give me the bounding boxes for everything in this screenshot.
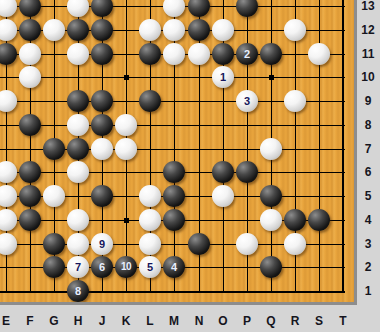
row-label-6: 6 bbox=[356, 165, 380, 179]
stone-black-Q11[interactable] bbox=[260, 43, 282, 65]
stone-white-G5[interactable] bbox=[43, 185, 65, 207]
move-number-10: 10 bbox=[121, 262, 131, 272]
row-label-4: 4 bbox=[356, 213, 380, 227]
stone-black-N13[interactable] bbox=[188, 0, 210, 17]
stone-black-L11[interactable] bbox=[139, 43, 161, 65]
move-number-9: 9 bbox=[99, 239, 105, 250]
move-number-4: 4 bbox=[171, 262, 177, 273]
column-label-S: S bbox=[307, 313, 331, 329]
column-label-R: R bbox=[283, 313, 307, 329]
stone-black-J8[interactable] bbox=[91, 114, 113, 136]
grid-line-col-T bbox=[342, 0, 344, 293]
stone-black-J12[interactable] bbox=[91, 19, 113, 41]
stone-white-M13[interactable] bbox=[163, 0, 185, 17]
row-label-7: 7 bbox=[356, 142, 380, 156]
stone-white-L2[interactable]: 5 bbox=[139, 256, 161, 278]
column-label-H: H bbox=[66, 313, 90, 329]
stone-black-G2[interactable] bbox=[43, 256, 65, 278]
stone-black-K2[interactable]: 10 bbox=[115, 256, 137, 278]
stone-white-L4[interactable] bbox=[139, 209, 161, 231]
stone-white-S11[interactable] bbox=[308, 43, 330, 65]
stone-black-M2[interactable]: 4 bbox=[163, 256, 185, 278]
stone-white-E13[interactable] bbox=[0, 0, 17, 17]
stone-black-O11[interactable] bbox=[212, 43, 234, 65]
column-label-Q: Q bbox=[259, 313, 283, 329]
stone-white-K7[interactable] bbox=[115, 138, 137, 160]
column-label-M: M bbox=[162, 313, 186, 329]
row-label-11: 11 bbox=[356, 47, 380, 61]
stone-white-H11[interactable] bbox=[67, 43, 89, 65]
stone-black-H1[interactable]: 8 bbox=[67, 280, 89, 302]
move-number-2: 2 bbox=[244, 49, 250, 60]
stone-black-H7[interactable] bbox=[67, 138, 89, 160]
stone-black-P6[interactable] bbox=[236, 161, 258, 183]
row-label-13: 13 bbox=[356, 0, 380, 13]
stone-white-E5[interactable] bbox=[0, 185, 17, 207]
stone-white-P9[interactable]: 3 bbox=[236, 90, 258, 112]
stone-white-E12[interactable] bbox=[0, 19, 17, 41]
stone-black-F4[interactable] bbox=[19, 209, 41, 231]
stone-white-H8[interactable] bbox=[67, 114, 89, 136]
stone-white-J3[interactable]: 9 bbox=[91, 233, 113, 255]
stone-black-F12[interactable] bbox=[19, 19, 41, 41]
column-label-G: G bbox=[42, 313, 66, 329]
stone-white-E9[interactable] bbox=[0, 90, 17, 112]
stone-black-G3[interactable] bbox=[43, 233, 65, 255]
stone-white-K8[interactable] bbox=[115, 114, 137, 136]
stone-black-G7[interactable] bbox=[43, 138, 65, 160]
stone-black-M4[interactable] bbox=[163, 209, 185, 231]
column-label-K: K bbox=[114, 313, 138, 329]
stone-white-N11[interactable] bbox=[188, 43, 210, 65]
star-point-K10 bbox=[124, 75, 129, 80]
stone-black-H9[interactable] bbox=[67, 90, 89, 112]
stone-white-H3[interactable] bbox=[67, 233, 89, 255]
stone-white-F10[interactable] bbox=[19, 66, 41, 88]
grid-line-row-8 bbox=[0, 125, 345, 126]
stone-white-E6[interactable] bbox=[0, 161, 17, 183]
column-label-N: N bbox=[187, 313, 211, 329]
row-label-3: 3 bbox=[356, 237, 380, 251]
stone-black-F13[interactable] bbox=[19, 0, 41, 17]
star-point-Q10 bbox=[269, 75, 274, 80]
goban[interactable]: 21397610548 bbox=[0, 0, 357, 305]
stone-white-R9[interactable] bbox=[284, 90, 306, 112]
star-point-K4 bbox=[124, 218, 129, 223]
row-label-8: 8 bbox=[356, 118, 380, 132]
stone-white-Q4[interactable] bbox=[260, 209, 282, 231]
stone-black-J9[interactable] bbox=[91, 90, 113, 112]
stone-white-E3[interactable] bbox=[0, 233, 17, 255]
column-label-F: F bbox=[18, 313, 42, 329]
stone-white-L12[interactable] bbox=[139, 19, 161, 41]
column-label-J: J bbox=[90, 313, 114, 329]
stone-black-P11[interactable]: 2 bbox=[236, 43, 258, 65]
move-number-1: 1 bbox=[220, 72, 226, 83]
stone-black-J2[interactable]: 6 bbox=[91, 256, 113, 278]
stone-white-L5[interactable] bbox=[139, 185, 161, 207]
column-label-L: L bbox=[138, 313, 162, 329]
move-number-3: 3 bbox=[244, 96, 250, 107]
stone-black-N3[interactable] bbox=[188, 233, 210, 255]
stone-black-Q2[interactable] bbox=[260, 256, 282, 278]
column-label-T: T bbox=[331, 313, 355, 329]
stone-white-P3[interactable] bbox=[236, 233, 258, 255]
move-number-7: 7 bbox=[75, 262, 81, 273]
stone-white-F11[interactable] bbox=[19, 43, 41, 65]
row-label-9: 9 bbox=[356, 94, 380, 108]
stone-black-J13[interactable] bbox=[91, 0, 113, 17]
stone-black-F6[interactable] bbox=[19, 161, 41, 183]
move-number-5: 5 bbox=[147, 262, 153, 273]
go-board-viewer: 21397610548 EFGHJKLMNOPQRST 131211109876… bbox=[0, 0, 380, 332]
move-number-8: 8 bbox=[75, 286, 81, 297]
row-label-2: 2 bbox=[356, 260, 380, 274]
stone-white-J7[interactable] bbox=[91, 138, 113, 160]
stone-black-E11[interactable] bbox=[0, 43, 17, 65]
stone-black-Q5[interactable] bbox=[260, 185, 282, 207]
stone-black-O6[interactable] bbox=[212, 161, 234, 183]
row-label-1: 1 bbox=[356, 284, 380, 298]
stone-white-H13[interactable] bbox=[67, 0, 89, 17]
stone-black-L9[interactable] bbox=[139, 90, 161, 112]
move-number-6: 6 bbox=[99, 262, 105, 273]
column-label-O: O bbox=[211, 313, 235, 329]
column-label-E: E bbox=[0, 313, 18, 329]
stone-black-M5[interactable] bbox=[163, 185, 185, 207]
stone-white-R3[interactable] bbox=[284, 233, 306, 255]
stone-black-F8[interactable] bbox=[19, 114, 41, 136]
stone-black-S4[interactable] bbox=[308, 209, 330, 231]
stone-black-N12[interactable] bbox=[188, 19, 210, 41]
column-label-P: P bbox=[235, 313, 259, 329]
stone-black-J11[interactable] bbox=[91, 43, 113, 65]
grid-line-row-1 bbox=[0, 291, 345, 293]
stone-white-Q7[interactable] bbox=[260, 138, 282, 160]
stone-white-H2[interactable]: 7 bbox=[67, 256, 89, 278]
stone-black-F5[interactable] bbox=[19, 185, 41, 207]
stone-white-O12[interactable] bbox=[212, 19, 234, 41]
stone-white-O10[interactable]: 1 bbox=[212, 66, 234, 88]
stone-black-J5[interactable] bbox=[91, 185, 113, 207]
stone-white-M11[interactable] bbox=[163, 43, 185, 65]
stone-black-M6[interactable] bbox=[163, 161, 185, 183]
grid-line-row-10 bbox=[0, 77, 345, 78]
row-label-10: 10 bbox=[356, 70, 380, 84]
stone-black-H12[interactable] bbox=[67, 19, 89, 41]
stone-white-R12[interactable] bbox=[284, 19, 306, 41]
stone-white-H4[interactable] bbox=[67, 209, 89, 231]
stone-white-H6[interactable] bbox=[67, 161, 89, 183]
stone-black-R4[interactable] bbox=[284, 209, 306, 231]
stone-black-P13[interactable] bbox=[236, 0, 258, 17]
stone-white-E4[interactable] bbox=[0, 209, 17, 231]
row-label-12: 12 bbox=[356, 23, 380, 37]
row-label-5: 5 bbox=[356, 189, 380, 203]
stone-white-M12[interactable] bbox=[163, 19, 185, 41]
stone-white-G12[interactable] bbox=[43, 19, 65, 41]
stone-white-L3[interactable] bbox=[139, 233, 161, 255]
stone-white-O5[interactable] bbox=[212, 185, 234, 207]
